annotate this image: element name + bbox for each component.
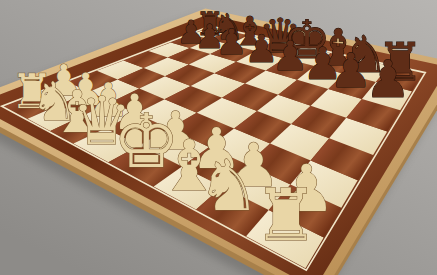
piece-white-knight-g1: ♞ [197,145,260,227]
piece-black-pawn-c7: ♟ [216,21,247,62]
piece-white-rook-h1: ♜ [254,173,319,257]
chess-set-photo: ♜♞♟♝♟♛♟♚♟♝♟♞♟♜♟♟♟♟♜♟♞♟♝♛♟♚♟♟♝♞♟♜ [0,0,437,275]
chessboard: ♜♞♟♝♟♛♟♚♟♝♟♞♟♜♟♟♟♟♜♟♞♟♝♛♟♚♟♟♝♞♟♜ [0,0,437,275]
piece-black-pawn-h7: ♟ [365,49,411,109]
